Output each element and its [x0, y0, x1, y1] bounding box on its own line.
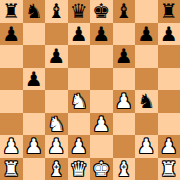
square-g4[interactable]: ♞ — [135, 90, 158, 113]
square-f1[interactable]: ♝ — [113, 158, 136, 181]
square-h6[interactable] — [158, 45, 181, 68]
black-pawn[interactable]: ♟ — [137, 23, 155, 45]
square-a8[interactable]: ♜ — [0, 0, 23, 23]
square-g5[interactable] — [135, 68, 158, 91]
white-rook[interactable]: ♜ — [160, 158, 178, 180]
square-a1[interactable]: ♜ — [0, 158, 23, 181]
white-pawn[interactable]: ♟ — [25, 135, 43, 157]
white-knight[interactable]: ♞ — [47, 113, 65, 135]
white-pawn[interactable]: ♟ — [160, 135, 178, 157]
square-e8[interactable]: ♚ — [90, 0, 113, 23]
square-f6[interactable]: ♟ — [113, 45, 136, 68]
square-e4[interactable] — [90, 90, 113, 113]
square-h4[interactable] — [158, 90, 181, 113]
square-h5[interactable] — [158, 68, 181, 91]
square-a6[interactable] — [0, 45, 23, 68]
black-queen[interactable]: ♛ — [70, 0, 88, 22]
black-pawn[interactable]: ♟ — [160, 23, 178, 45]
black-pawn[interactable]: ♟ — [25, 68, 43, 90]
square-c8[interactable]: ♝ — [45, 0, 68, 23]
white-bishop[interactable]: ♝ — [115, 158, 133, 180]
black-king[interactable]: ♚ — [92, 0, 110, 22]
square-f7[interactable] — [113, 23, 136, 46]
square-g3[interactable] — [135, 113, 158, 136]
square-a3[interactable] — [0, 113, 23, 136]
white-pawn[interactable]: ♟ — [70, 135, 88, 157]
square-d4[interactable]: ♞ — [68, 90, 91, 113]
black-rook[interactable]: ♜ — [2, 0, 20, 22]
square-h7[interactable]: ♟ — [158, 23, 181, 46]
square-a7[interactable]: ♟ — [0, 23, 23, 46]
square-h1[interactable]: ♜ — [158, 158, 181, 181]
square-c5[interactable] — [45, 68, 68, 91]
square-d5[interactable] — [68, 68, 91, 91]
square-d8[interactable]: ♛ — [68, 0, 91, 23]
square-e5[interactable] — [90, 68, 113, 91]
square-f2[interactable] — [113, 135, 136, 158]
square-f8[interactable]: ♝ — [113, 0, 136, 23]
chess-board: ♜♞♝♛♚♝♜♟♟♟♟♟♟♟♟♞♟♞♞♟♟♟♟♟♟♟♜♝♛♚♝♜ — [0, 0, 180, 180]
black-pawn[interactable]: ♟ — [70, 23, 88, 45]
square-b7[interactable] — [23, 23, 46, 46]
square-g1[interactable] — [135, 158, 158, 181]
white-pawn[interactable]: ♟ — [115, 90, 133, 112]
black-pawn[interactable]: ♟ — [92, 23, 110, 45]
white-rook[interactable]: ♜ — [2, 158, 20, 180]
square-b6[interactable] — [23, 45, 46, 68]
square-h8[interactable]: ♜ — [158, 0, 181, 23]
square-b1[interactable] — [23, 158, 46, 181]
square-f4[interactable]: ♟ — [113, 90, 136, 113]
white-knight[interactable]: ♞ — [70, 90, 88, 112]
square-c2[interactable]: ♟ — [45, 135, 68, 158]
square-a2[interactable]: ♟ — [0, 135, 23, 158]
white-pawn[interactable]: ♟ — [92, 113, 110, 135]
square-d3[interactable] — [68, 113, 91, 136]
square-a5[interactable] — [0, 68, 23, 91]
square-b8[interactable]: ♞ — [23, 0, 46, 23]
square-d2[interactable]: ♟ — [68, 135, 91, 158]
square-b5[interactable]: ♟ — [23, 68, 46, 91]
square-g2[interactable]: ♟ — [135, 135, 158, 158]
square-e2[interactable] — [90, 135, 113, 158]
square-c6[interactable]: ♟ — [45, 45, 68, 68]
square-e3[interactable]: ♟ — [90, 113, 113, 136]
square-e1[interactable]: ♚ — [90, 158, 113, 181]
square-e6[interactable] — [90, 45, 113, 68]
square-c3[interactable]: ♞ — [45, 113, 68, 136]
black-bishop[interactable]: ♝ — [115, 0, 133, 22]
square-f5[interactable] — [113, 68, 136, 91]
square-g8[interactable] — [135, 0, 158, 23]
black-pawn[interactable]: ♟ — [47, 45, 65, 67]
square-g6[interactable] — [135, 45, 158, 68]
black-knight[interactable]: ♞ — [25, 0, 43, 22]
square-h3[interactable] — [158, 113, 181, 136]
white-king[interactable]: ♚ — [92, 158, 110, 180]
square-a4[interactable] — [0, 90, 23, 113]
square-b4[interactable] — [23, 90, 46, 113]
white-pawn[interactable]: ♟ — [2, 135, 20, 157]
white-pawn[interactable]: ♟ — [137, 135, 155, 157]
square-b3[interactable] — [23, 113, 46, 136]
black-pawn[interactable]: ♟ — [115, 45, 133, 67]
square-d1[interactable]: ♛ — [68, 158, 91, 181]
square-f3[interactable] — [113, 113, 136, 136]
square-b2[interactable]: ♟ — [23, 135, 46, 158]
black-knight[interactable]: ♞ — [137, 90, 155, 112]
square-c4[interactable] — [45, 90, 68, 113]
black-pawn[interactable]: ♟ — [2, 23, 20, 45]
white-queen[interactable]: ♛ — [70, 158, 88, 180]
square-h2[interactable]: ♟ — [158, 135, 181, 158]
white-pawn[interactable]: ♟ — [47, 135, 65, 157]
square-c7[interactable] — [45, 23, 68, 46]
black-rook[interactable]: ♜ — [160, 0, 178, 22]
white-bishop[interactable]: ♝ — [47, 158, 65, 180]
square-d6[interactable] — [68, 45, 91, 68]
square-c1[interactable]: ♝ — [45, 158, 68, 181]
black-bishop[interactable]: ♝ — [47, 0, 65, 22]
square-d7[interactable]: ♟ — [68, 23, 91, 46]
square-g7[interactable]: ♟ — [135, 23, 158, 46]
square-e7[interactable]: ♟ — [90, 23, 113, 46]
